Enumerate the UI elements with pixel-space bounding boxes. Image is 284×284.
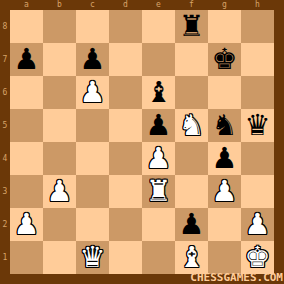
- square-h1[interactable]: ♚: [241, 241, 274, 274]
- square-d1[interactable]: [109, 241, 142, 274]
- square-e7[interactable]: [142, 43, 175, 76]
- square-f8[interactable]: ♜: [175, 10, 208, 43]
- site-watermark: CHESSGAMES.COM: [190, 272, 283, 284]
- square-b3[interactable]: ♟: [43, 175, 76, 208]
- square-a8[interactable]: [10, 10, 43, 43]
- piece-black-queen[interactable]: ♛: [245, 109, 271, 142]
- square-a3[interactable]: [10, 175, 43, 208]
- piece-white-pawn[interactable]: ♟: [212, 175, 238, 208]
- piece-black-pawn[interactable]: ♟: [212, 142, 238, 175]
- square-h5[interactable]: ♛: [241, 109, 274, 142]
- square-h2[interactable]: ♟: [241, 208, 274, 241]
- rank-label-7: 7: [0, 43, 10, 76]
- file-label-g: g: [208, 0, 241, 10]
- square-b7[interactable]: [43, 43, 76, 76]
- rank-label-6: 6: [0, 76, 10, 109]
- square-c2[interactable]: [76, 208, 109, 241]
- square-e3[interactable]: ♜: [142, 175, 175, 208]
- file-label-h: h: [241, 0, 274, 10]
- file-label-a: a: [10, 0, 43, 10]
- square-f2[interactable]: ♟: [175, 208, 208, 241]
- piece-black-pawn[interactable]: ♟: [179, 208, 205, 241]
- piece-white-king[interactable]: ♚: [245, 241, 271, 274]
- piece-white-knight[interactable]: ♞: [179, 109, 205, 142]
- square-f5[interactable]: ♞: [175, 109, 208, 142]
- square-e1[interactable]: [142, 241, 175, 274]
- square-a2[interactable]: ♟: [10, 208, 43, 241]
- square-g2[interactable]: [208, 208, 241, 241]
- square-f1[interactable]: ♝: [175, 241, 208, 274]
- piece-black-rook[interactable]: ♜: [179, 10, 205, 43]
- piece-white-pawn[interactable]: ♟: [14, 208, 40, 241]
- square-f4[interactable]: [175, 142, 208, 175]
- square-g5[interactable]: ♞: [208, 109, 241, 142]
- chess-board-frame: abcdefgh 87654321 ♜♟♟♚♟♝♟♞♞♛♟♟♟♜♟♟♟♟♛♝♚ …: [0, 0, 284, 284]
- piece-black-knight[interactable]: ♞: [212, 109, 238, 142]
- square-b2[interactable]: [43, 208, 76, 241]
- square-d7[interactable]: [109, 43, 142, 76]
- square-a1[interactable]: [10, 241, 43, 274]
- piece-black-bishop[interactable]: ♝: [146, 76, 172, 109]
- chess-board[interactable]: ♜♟♟♚♟♝♟♞♞♛♟♟♟♜♟♟♟♟♛♝♚: [10, 10, 274, 274]
- file-labels: abcdefgh: [10, 0, 274, 10]
- square-g4[interactable]: ♟: [208, 142, 241, 175]
- piece-black-pawn[interactable]: ♟: [146, 109, 172, 142]
- piece-white-bishop[interactable]: ♝: [179, 241, 205, 274]
- square-c3[interactable]: [76, 175, 109, 208]
- piece-white-pawn[interactable]: ♟: [80, 76, 106, 109]
- rank-label-3: 3: [0, 175, 10, 208]
- square-g7[interactable]: ♚: [208, 43, 241, 76]
- file-label-e: e: [142, 0, 175, 10]
- piece-white-queen[interactable]: ♛: [80, 241, 106, 274]
- square-d8[interactable]: [109, 10, 142, 43]
- piece-white-pawn[interactable]: ♟: [146, 142, 172, 175]
- square-g8[interactable]: [208, 10, 241, 43]
- rank-labels: 87654321: [0, 10, 10, 274]
- square-d2[interactable]: [109, 208, 142, 241]
- square-d4[interactable]: [109, 142, 142, 175]
- square-h3[interactable]: [241, 175, 274, 208]
- square-b1[interactable]: [43, 241, 76, 274]
- square-a7[interactable]: ♟: [10, 43, 43, 76]
- square-e2[interactable]: [142, 208, 175, 241]
- square-h6[interactable]: [241, 76, 274, 109]
- piece-black-pawn[interactable]: ♟: [14, 43, 40, 76]
- square-h4[interactable]: [241, 142, 274, 175]
- piece-white-rook[interactable]: ♜: [146, 175, 172, 208]
- square-b8[interactable]: [43, 10, 76, 43]
- square-g3[interactable]: ♟: [208, 175, 241, 208]
- square-b5[interactable]: [43, 109, 76, 142]
- square-e5[interactable]: ♟: [142, 109, 175, 142]
- rank-label-5: 5: [0, 109, 10, 142]
- square-b6[interactable]: [43, 76, 76, 109]
- square-a4[interactable]: [10, 142, 43, 175]
- file-label-b: b: [43, 0, 76, 10]
- square-b4[interactable]: [43, 142, 76, 175]
- piece-white-pawn[interactable]: ♟: [47, 175, 73, 208]
- square-g6[interactable]: [208, 76, 241, 109]
- square-c7[interactable]: ♟: [76, 43, 109, 76]
- square-h8[interactable]: [241, 10, 274, 43]
- square-c6[interactable]: ♟: [76, 76, 109, 109]
- rank-label-2: 2: [0, 208, 10, 241]
- square-h7[interactable]: [241, 43, 274, 76]
- square-c8[interactable]: [76, 10, 109, 43]
- rank-label-4: 4: [0, 142, 10, 175]
- rank-label-8: 8: [0, 10, 10, 43]
- square-c4[interactable]: [76, 142, 109, 175]
- rank-label-1: 1: [0, 241, 10, 274]
- square-a6[interactable]: [10, 76, 43, 109]
- square-d5[interactable]: [109, 109, 142, 142]
- piece-white-pawn[interactable]: ♟: [245, 208, 271, 241]
- square-e8[interactable]: [142, 10, 175, 43]
- square-d3[interactable]: [109, 175, 142, 208]
- file-label-c: c: [76, 0, 109, 10]
- piece-black-king[interactable]: ♚: [212, 43, 238, 76]
- square-f6[interactable]: [175, 76, 208, 109]
- square-e6[interactable]: ♝: [142, 76, 175, 109]
- square-c1[interactable]: ♛: [76, 241, 109, 274]
- square-e4[interactable]: ♟: [142, 142, 175, 175]
- square-f3[interactable]: [175, 175, 208, 208]
- square-f7[interactable]: [175, 43, 208, 76]
- piece-black-pawn[interactable]: ♟: [80, 43, 106, 76]
- square-c5[interactable]: [76, 109, 109, 142]
- square-g1[interactable]: [208, 241, 241, 274]
- square-a5[interactable]: [10, 109, 43, 142]
- square-d6[interactable]: [109, 76, 142, 109]
- file-label-d: d: [109, 0, 142, 10]
